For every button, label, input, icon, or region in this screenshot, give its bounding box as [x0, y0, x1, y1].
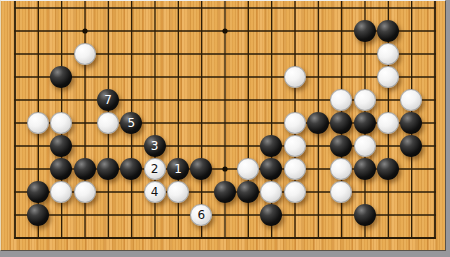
board-cell[interactable]: [260, 88, 283, 111]
board-cell[interactable]: [50, 88, 73, 111]
board-cell[interactable]: [260, 42, 283, 65]
move-number-label: 6: [197, 209, 205, 221]
board-cell[interactable]: [143, 203, 166, 226]
board-cell[interactable]: [120, 19, 143, 42]
board-cell[interactable]: [306, 226, 329, 249]
black-stone: [354, 20, 376, 42]
board-cell[interactable]: [376, 157, 399, 180]
board-cell[interactable]: 7: [96, 88, 119, 111]
board-cell[interactable]: [213, 0, 236, 19]
board-cell[interactable]: [376, 134, 399, 157]
black-stone: [354, 112, 376, 134]
board-cell[interactable]: [400, 42, 423, 65]
board-cell[interactable]: [236, 42, 259, 65]
board-cell[interactable]: [96, 42, 119, 65]
board-cell[interactable]: [236, 180, 259, 203]
black-stone: [307, 112, 329, 134]
board-cell[interactable]: [376, 42, 399, 65]
black-stone: [260, 135, 282, 157]
board-cell[interactable]: [400, 0, 423, 19]
board-cell[interactable]: [353, 88, 376, 111]
board-cell[interactable]: [283, 42, 306, 65]
board-cell[interactable]: [50, 65, 73, 88]
board-cell[interactable]: [166, 226, 189, 249]
board-cell[interactable]: [120, 226, 143, 249]
board-cell[interactable]: [120, 134, 143, 157]
board-cell[interactable]: [73, 134, 96, 157]
black-stone: [50, 66, 72, 88]
white-stone: [400, 89, 422, 111]
black-stone: [50, 158, 72, 180]
board-cell[interactable]: [236, 19, 259, 42]
black-stone: [377, 20, 399, 42]
white-stone: 4: [144, 181, 166, 203]
white-stone: [377, 66, 399, 88]
board-cell[interactable]: [190, 111, 213, 134]
board-cell[interactable]: [283, 19, 306, 42]
white-stone: [377, 112, 399, 134]
board-cell[interactable]: [120, 88, 143, 111]
go-diagram-screenshot: 7532146: [0, 0, 450, 257]
board-cell[interactable]: [353, 180, 376, 203]
board-cell[interactable]: [73, 226, 96, 249]
board-cell[interactable]: [3, 111, 26, 134]
board-cell[interactable]: [50, 42, 73, 65]
board-cell[interactable]: [3, 180, 26, 203]
board-cell[interactable]: [283, 203, 306, 226]
board-cell[interactable]: [423, 203, 446, 226]
board-cell[interactable]: [213, 180, 236, 203]
board-cell[interactable]: [400, 180, 423, 203]
board-cell[interactable]: [423, 134, 446, 157]
black-stone: 7: [97, 89, 119, 111]
board-cell[interactable]: [213, 42, 236, 65]
board-cell[interactable]: [330, 65, 353, 88]
board-cell[interactable]: [423, 180, 446, 203]
white-stone: [330, 181, 352, 203]
board-cell[interactable]: [143, 88, 166, 111]
board-cell[interactable]: [213, 65, 236, 88]
board-cell[interactable]: [330, 0, 353, 19]
board-cell[interactable]: [353, 157, 376, 180]
board-cell[interactable]: [213, 157, 236, 180]
board-cell[interactable]: [166, 42, 189, 65]
board-cell[interactable]: [283, 111, 306, 134]
board-cell[interactable]: [283, 157, 306, 180]
board-cell[interactable]: [26, 111, 49, 134]
board-cell[interactable]: [283, 226, 306, 249]
board-cell[interactable]: [120, 0, 143, 19]
black-stone: [214, 181, 236, 203]
board-cell[interactable]: [190, 157, 213, 180]
board-cell[interactable]: [120, 157, 143, 180]
board-cell[interactable]: [143, 65, 166, 88]
board-cell[interactable]: [400, 65, 423, 88]
board-cell[interactable]: [376, 88, 399, 111]
black-stone: [237, 181, 259, 203]
board-cell[interactable]: [260, 226, 283, 249]
board-cell[interactable]: [120, 203, 143, 226]
black-stone: [97, 158, 119, 180]
black-stone: 1: [167, 158, 189, 180]
white-stone: [237, 158, 259, 180]
board-cell[interactable]: [423, 88, 446, 111]
board-cell[interactable]: [3, 88, 26, 111]
board-cell[interactable]: [73, 180, 96, 203]
move-number-label: 2: [151, 163, 159, 175]
white-stone: [284, 158, 306, 180]
board-cell[interactable]: [423, 42, 446, 65]
board-cell[interactable]: [73, 111, 96, 134]
board-cell[interactable]: [120, 42, 143, 65]
board-cell[interactable]: [213, 19, 236, 42]
black-stone: [260, 204, 282, 226]
board-cell[interactable]: [73, 203, 96, 226]
board-cell[interactable]: [143, 42, 166, 65]
board-cell[interactable]: [190, 134, 213, 157]
board-cell[interactable]: [143, 19, 166, 42]
board-cell[interactable]: [190, 88, 213, 111]
board-cell[interactable]: [73, 42, 96, 65]
board-cell[interactable]: [143, 226, 166, 249]
move-number-label: 5: [127, 117, 135, 129]
board-cell[interactable]: [26, 180, 49, 203]
board-cell[interactable]: [143, 0, 166, 19]
white-stone: [50, 112, 72, 134]
board-cell[interactable]: [3, 157, 26, 180]
board-cell[interactable]: [330, 88, 353, 111]
white-stone: [354, 89, 376, 111]
board-cell[interactable]: [73, 157, 96, 180]
board-cell[interactable]: [260, 180, 283, 203]
board-cell[interactable]: [190, 42, 213, 65]
board-cell[interactable]: [213, 88, 236, 111]
board-cell[interactable]: [190, 180, 213, 203]
board-cell[interactable]: [166, 203, 189, 226]
board-cell[interactable]: [236, 65, 259, 88]
board-cell[interactable]: [96, 0, 119, 19]
black-stone: [190, 158, 212, 180]
white-stone: 2: [144, 158, 166, 180]
board-cell[interactable]: [353, 19, 376, 42]
black-stone: 3: [144, 135, 166, 157]
board-cell[interactable]: [96, 65, 119, 88]
board-cell[interactable]: [423, 157, 446, 180]
board-cell[interactable]: [306, 111, 329, 134]
board-cell[interactable]: [213, 111, 236, 134]
board-cell[interactable]: [3, 226, 26, 249]
board-cell[interactable]: 2: [143, 157, 166, 180]
board-cell[interactable]: [96, 203, 119, 226]
board-cell[interactable]: [306, 19, 329, 42]
board-cell[interactable]: [50, 180, 73, 203]
board-cell[interactable]: [330, 226, 353, 249]
board-cell[interactable]: [400, 19, 423, 42]
board-cell[interactable]: [236, 226, 259, 249]
board-cell[interactable]: [330, 19, 353, 42]
board-cell[interactable]: [26, 42, 49, 65]
board-cell[interactable]: [50, 134, 73, 157]
move-number-label: 1: [174, 163, 182, 175]
board-cell[interactable]: [400, 203, 423, 226]
board-cell[interactable]: [3, 65, 26, 88]
board-cell[interactable]: [50, 226, 73, 249]
white-stone: [167, 181, 189, 203]
board-cell[interactable]: [376, 65, 399, 88]
board-cell[interactable]: [26, 226, 49, 249]
board-cell[interactable]: [353, 134, 376, 157]
white-stone: [330, 158, 352, 180]
board-cell[interactable]: [423, 226, 446, 249]
board-cell[interactable]: [376, 180, 399, 203]
board-cell[interactable]: [260, 157, 283, 180]
board-cell[interactable]: [306, 134, 329, 157]
board-cell[interactable]: [213, 134, 236, 157]
board-cell[interactable]: [143, 111, 166, 134]
board-cell[interactable]: [353, 0, 376, 19]
board-cell[interactable]: [190, 19, 213, 42]
board-cell[interactable]: [423, 65, 446, 88]
white-stone: [284, 66, 306, 88]
board-cell[interactable]: [330, 157, 353, 180]
board-cell[interactable]: [400, 111, 423, 134]
board-cell[interactable]: [306, 88, 329, 111]
board-cell[interactable]: [26, 157, 49, 180]
board-cell[interactable]: [330, 180, 353, 203]
board-cell[interactable]: [73, 88, 96, 111]
board-cell[interactable]: [213, 203, 236, 226]
board-cell[interactable]: [50, 203, 73, 226]
move-number-label: 4: [151, 186, 159, 198]
board-cell[interactable]: [236, 157, 259, 180]
board-cell[interactable]: [96, 19, 119, 42]
board-cell[interactable]: [3, 134, 26, 157]
board-cell[interactable]: [330, 203, 353, 226]
board-cell[interactable]: [423, 111, 446, 134]
white-stone: [97, 112, 119, 134]
white-stone: [284, 135, 306, 157]
board-cell[interactable]: [190, 226, 213, 249]
board-cell[interactable]: [283, 180, 306, 203]
board-cell[interactable]: [306, 180, 329, 203]
board-cell[interactable]: [376, 203, 399, 226]
board-cell[interactable]: [423, 19, 446, 42]
board-cell[interactable]: [306, 203, 329, 226]
white-stone: 6: [190, 204, 212, 226]
board-cell[interactable]: [166, 88, 189, 111]
board-cell[interactable]: [283, 65, 306, 88]
board-cell[interactable]: [96, 226, 119, 249]
board-cell[interactable]: [306, 157, 329, 180]
board-cell[interactable]: [330, 111, 353, 134]
board-cell[interactable]: [166, 19, 189, 42]
board-cell[interactable]: [400, 88, 423, 111]
board-cell[interactable]: [120, 65, 143, 88]
black-stone: [120, 158, 142, 180]
black-stone: [74, 158, 96, 180]
board-cell[interactable]: [376, 226, 399, 249]
black-stone: [377, 158, 399, 180]
board-cell[interactable]: [190, 0, 213, 19]
black-stone: [260, 158, 282, 180]
board-cell[interactable]: [96, 180, 119, 203]
board-cell[interactable]: 3: [143, 134, 166, 157]
board-cell[interactable]: [96, 134, 119, 157]
go-board: 7532146: [0, 0, 446, 251]
black-stone: [330, 135, 352, 157]
board-cell[interactable]: [166, 180, 189, 203]
board-cell[interactable]: [190, 65, 213, 88]
board-cell[interactable]: [353, 203, 376, 226]
board-cell[interactable]: [26, 88, 49, 111]
board-cell-grid: 7532146: [3, 0, 446, 249]
white-stone: [354, 135, 376, 157]
black-stone: [330, 112, 352, 134]
board-cell[interactable]: [423, 0, 446, 19]
board-cell[interactable]: [166, 134, 189, 157]
board-cell[interactable]: [166, 0, 189, 19]
board-cell[interactable]: [260, 203, 283, 226]
black-stone: [400, 112, 422, 134]
board-cell[interactable]: [283, 88, 306, 111]
board-cell[interactable]: [236, 88, 259, 111]
board-cell[interactable]: [120, 180, 143, 203]
board-cell[interactable]: [166, 111, 189, 134]
move-number-label: 3: [151, 140, 159, 152]
board-cell[interactable]: [50, 0, 73, 19]
board-cell[interactable]: [376, 19, 399, 42]
board-cell[interactable]: [353, 42, 376, 65]
board-cell[interactable]: [236, 111, 259, 134]
board-cell[interactable]: [353, 65, 376, 88]
board-cell[interactable]: [26, 19, 49, 42]
black-stone: [27, 204, 49, 226]
board-cell[interactable]: [306, 65, 329, 88]
board-cell[interactable]: [50, 19, 73, 42]
board-cell[interactable]: [73, 65, 96, 88]
board-cell[interactable]: [3, 42, 26, 65]
board-cell[interactable]: [50, 157, 73, 180]
board-cell[interactable]: [236, 203, 259, 226]
board-cell[interactable]: [306, 0, 329, 19]
black-stone: [354, 158, 376, 180]
board-cell[interactable]: [73, 19, 96, 42]
board-cell[interactable]: [236, 134, 259, 157]
white-stone: [284, 112, 306, 134]
white-stone: [260, 181, 282, 203]
board-cell[interactable]: [260, 19, 283, 42]
board-cell[interactable]: [96, 111, 119, 134]
board-cell[interactable]: [260, 0, 283, 19]
board-cell[interactable]: 4: [143, 180, 166, 203]
board-cell[interactable]: [96, 157, 119, 180]
board-cell[interactable]: [3, 19, 26, 42]
board-cell[interactable]: [306, 42, 329, 65]
board-cell[interactable]: [26, 203, 49, 226]
board-cell[interactable]: [260, 134, 283, 157]
board-cell[interactable]: [376, 0, 399, 19]
board-cell[interactable]: [330, 134, 353, 157]
white-stone: [330, 89, 352, 111]
white-stone: [50, 181, 72, 203]
board-cell[interactable]: [26, 65, 49, 88]
board-cell[interactable]: [330, 42, 353, 65]
black-stone: [400, 135, 422, 157]
white-stone: [27, 112, 49, 134]
board-cell[interactable]: [50, 111, 73, 134]
board-cell[interactable]: [353, 111, 376, 134]
board-cell[interactable]: [283, 134, 306, 157]
board-cell[interactable]: [26, 134, 49, 157]
black-stone: [354, 204, 376, 226]
board-cell[interactable]: 1: [166, 157, 189, 180]
board-cell[interactable]: 5: [120, 111, 143, 134]
black-stone: [27, 181, 49, 203]
board-cell[interactable]: [236, 0, 259, 19]
board-cell[interactable]: [213, 226, 236, 249]
white-stone: [377, 43, 399, 65]
board-cell[interactable]: [400, 226, 423, 249]
white-stone: [284, 181, 306, 203]
board-cell[interactable]: [3, 203, 26, 226]
board-cell[interactable]: [73, 0, 96, 19]
move-number-label: 7: [104, 94, 112, 106]
board-cell[interactable]: [400, 134, 423, 157]
board-cell[interactable]: [26, 0, 49, 19]
board-cell[interactable]: [283, 0, 306, 19]
board-cell[interactable]: [260, 111, 283, 134]
board-cell[interactable]: [3, 0, 26, 19]
board-cell[interactable]: [166, 65, 189, 88]
white-stone: [74, 181, 96, 203]
board-cell[interactable]: [260, 65, 283, 88]
board-cell[interactable]: 6: [190, 203, 213, 226]
board-cell[interactable]: [353, 226, 376, 249]
white-stone: [74, 43, 96, 65]
board-cell[interactable]: [376, 111, 399, 134]
black-stone: [50, 135, 72, 157]
black-stone: 5: [120, 112, 142, 134]
board-cell[interactable]: [400, 157, 423, 180]
